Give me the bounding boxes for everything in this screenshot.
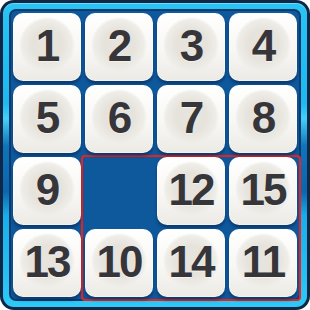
tile-number: 7 bbox=[180, 96, 202, 140]
board-grid: 123456789121513101411 bbox=[11, 11, 299, 299]
tile-6[interactable]: 6 bbox=[85, 85, 153, 153]
tile-13[interactable]: 13 bbox=[13, 229, 81, 297]
tile-number: 14 bbox=[169, 240, 214, 284]
puzzle-widget: 123456789121513101411 bbox=[0, 0, 310, 310]
tile-12[interactable]: 12 bbox=[157, 157, 225, 225]
tile-number: 13 bbox=[25, 240, 70, 284]
tile-number: 10 bbox=[97, 240, 142, 284]
tile-3[interactable]: 3 bbox=[157, 13, 225, 81]
tile-11[interactable]: 11 bbox=[229, 229, 297, 297]
tile-number: 3 bbox=[180, 24, 202, 68]
tile-5[interactable]: 5 bbox=[13, 85, 81, 153]
tile-number: 9 bbox=[36, 168, 58, 212]
tile-number: 2 bbox=[108, 24, 130, 68]
tile-number: 4 bbox=[252, 24, 274, 68]
board: 123456789121513101411 bbox=[9, 9, 301, 301]
tile-1[interactable]: 1 bbox=[13, 13, 81, 81]
tile-7[interactable]: 7 bbox=[157, 85, 225, 153]
tile-14[interactable]: 14 bbox=[157, 229, 225, 297]
tile-number: 6 bbox=[108, 96, 130, 140]
tile-8[interactable]: 8 bbox=[229, 85, 297, 153]
tile-10[interactable]: 10 bbox=[85, 229, 153, 297]
tile-number: 11 bbox=[242, 240, 285, 284]
empty-cell bbox=[85, 157, 153, 225]
tile-15[interactable]: 15 bbox=[229, 157, 297, 225]
tile-4[interactable]: 4 bbox=[229, 13, 297, 81]
tile-number: 8 bbox=[252, 96, 274, 140]
tile-9[interactable]: 9 bbox=[13, 157, 81, 225]
tile-number: 15 bbox=[241, 168, 286, 212]
tile-2[interactable]: 2 bbox=[85, 13, 153, 81]
tile-number: 5 bbox=[36, 96, 58, 140]
board-frame: 123456789121513101411 bbox=[3, 3, 307, 307]
tile-number: 1 bbox=[36, 24, 58, 68]
tile-number: 12 bbox=[169, 168, 214, 212]
